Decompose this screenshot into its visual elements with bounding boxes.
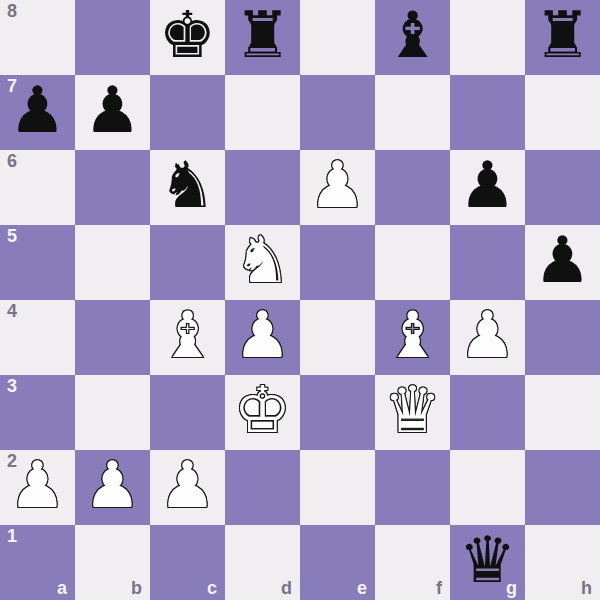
square-b1[interactable]: b: [75, 525, 150, 600]
file-label-d: d: [281, 578, 292, 599]
file-label-h: h: [581, 578, 592, 599]
square-e5[interactable]: [300, 225, 375, 300]
black-pawn-piece[interactable]: ♟: [459, 148, 516, 223]
black-rook-piece[interactable]: ♜: [234, 0, 291, 73]
square-d1[interactable]: d: [225, 525, 300, 600]
white-pawn-piece[interactable]: ♟: [84, 448, 141, 523]
square-a6[interactable]: 6: [0, 150, 75, 225]
square-d3[interactable]: ♚: [225, 375, 300, 450]
square-f5[interactable]: [375, 225, 450, 300]
square-c8[interactable]: ♚: [150, 0, 225, 75]
square-e7[interactable]: [300, 75, 375, 150]
square-b6[interactable]: [75, 150, 150, 225]
black-knight-piece[interactable]: ♞: [159, 148, 216, 223]
black-queen-piece[interactable]: ♛: [459, 523, 516, 598]
square-h4[interactable]: [525, 300, 600, 375]
square-f7[interactable]: [375, 75, 450, 150]
square-e6[interactable]: ♟: [300, 150, 375, 225]
rank-label-3: 3: [7, 376, 17, 397]
square-d4[interactable]: ♟: [225, 300, 300, 375]
square-c3[interactable]: [150, 375, 225, 450]
square-b8[interactable]: [75, 0, 150, 75]
square-e3[interactable]: [300, 375, 375, 450]
square-c1[interactable]: c: [150, 525, 225, 600]
black-king-piece[interactable]: ♚: [159, 0, 216, 73]
square-d7[interactable]: [225, 75, 300, 150]
square-d5[interactable]: ♞: [225, 225, 300, 300]
square-f3[interactable]: ♛: [375, 375, 450, 450]
black-bishop-piece[interactable]: ♝: [384, 0, 441, 73]
square-c4[interactable]: ♝: [150, 300, 225, 375]
square-e1[interactable]: e: [300, 525, 375, 600]
square-e2[interactable]: [300, 450, 375, 525]
square-a3[interactable]: 3: [0, 375, 75, 450]
square-f2[interactable]: [375, 450, 450, 525]
rank-label-1: 1: [7, 526, 17, 547]
square-c5[interactable]: [150, 225, 225, 300]
square-a5[interactable]: 5: [0, 225, 75, 300]
black-pawn-piece[interactable]: ♟: [84, 73, 141, 148]
square-c6[interactable]: ♞: [150, 150, 225, 225]
square-h5[interactable]: ♟: [525, 225, 600, 300]
white-king-piece[interactable]: ♚: [234, 373, 291, 448]
square-h8[interactable]: ♜: [525, 0, 600, 75]
square-a7[interactable]: 7♟: [0, 75, 75, 150]
white-bishop-piece[interactable]: ♝: [384, 298, 441, 373]
white-bishop-piece[interactable]: ♝: [159, 298, 216, 373]
square-h6[interactable]: [525, 150, 600, 225]
square-b3[interactable]: [75, 375, 150, 450]
square-b5[interactable]: [75, 225, 150, 300]
square-a2[interactable]: 2♟: [0, 450, 75, 525]
white-pawn-piece[interactable]: ♟: [9, 448, 66, 523]
square-b4[interactable]: [75, 300, 150, 375]
white-pawn-piece[interactable]: ♟: [459, 298, 516, 373]
square-g5[interactable]: [450, 225, 525, 300]
white-pawn-piece[interactable]: ♟: [159, 448, 216, 523]
file-label-b: b: [131, 578, 142, 599]
white-knight-piece[interactable]: ♞: [234, 223, 291, 298]
square-d8[interactable]: ♜: [225, 0, 300, 75]
file-label-c: c: [207, 578, 217, 599]
square-c2[interactable]: ♟: [150, 450, 225, 525]
square-d6[interactable]: [225, 150, 300, 225]
square-g6[interactable]: ♟: [450, 150, 525, 225]
square-g7[interactable]: [450, 75, 525, 150]
square-c7[interactable]: [150, 75, 225, 150]
file-label-e: e: [357, 578, 367, 599]
square-e8[interactable]: [300, 0, 375, 75]
square-h3[interactable]: [525, 375, 600, 450]
rank-label-5: 5: [7, 226, 17, 247]
square-g1[interactable]: g♛: [450, 525, 525, 600]
file-label-a: a: [57, 578, 67, 599]
square-g8[interactable]: [450, 0, 525, 75]
square-f1[interactable]: f: [375, 525, 450, 600]
square-h2[interactable]: [525, 450, 600, 525]
square-a1[interactable]: 1a: [0, 525, 75, 600]
file-label-f: f: [436, 578, 442, 599]
rank-label-4: 4: [7, 301, 17, 322]
square-g2[interactable]: [450, 450, 525, 525]
square-h1[interactable]: h: [525, 525, 600, 600]
square-d2[interactable]: [225, 450, 300, 525]
white-queen-piece[interactable]: ♛: [384, 373, 441, 448]
square-f6[interactable]: [375, 150, 450, 225]
square-b2[interactable]: ♟: [75, 450, 150, 525]
square-e4[interactable]: [300, 300, 375, 375]
black-rook-piece[interactable]: ♜: [534, 0, 591, 73]
square-b7[interactable]: ♟: [75, 75, 150, 150]
white-pawn-piece[interactable]: ♟: [234, 298, 291, 373]
chess-board: 8♚♜♝♜7♟♟6♞♟♟5♞♟4♝♟♝♟3♚♛2♟♟♟1abcdefg♛h: [0, 0, 600, 600]
square-g3[interactable]: [450, 375, 525, 450]
square-f4[interactable]: ♝: [375, 300, 450, 375]
rank-label-6: 6: [7, 151, 17, 172]
white-pawn-piece[interactable]: ♟: [309, 148, 366, 223]
black-pawn-piece[interactable]: ♟: [534, 223, 591, 298]
square-f8[interactable]: ♝: [375, 0, 450, 75]
rank-label-8: 8: [7, 1, 17, 22]
square-a4[interactable]: 4: [0, 300, 75, 375]
square-h7[interactable]: [525, 75, 600, 150]
square-g4[interactable]: ♟: [450, 300, 525, 375]
black-pawn-piece[interactable]: ♟: [9, 73, 66, 148]
square-a8[interactable]: 8: [0, 0, 75, 75]
